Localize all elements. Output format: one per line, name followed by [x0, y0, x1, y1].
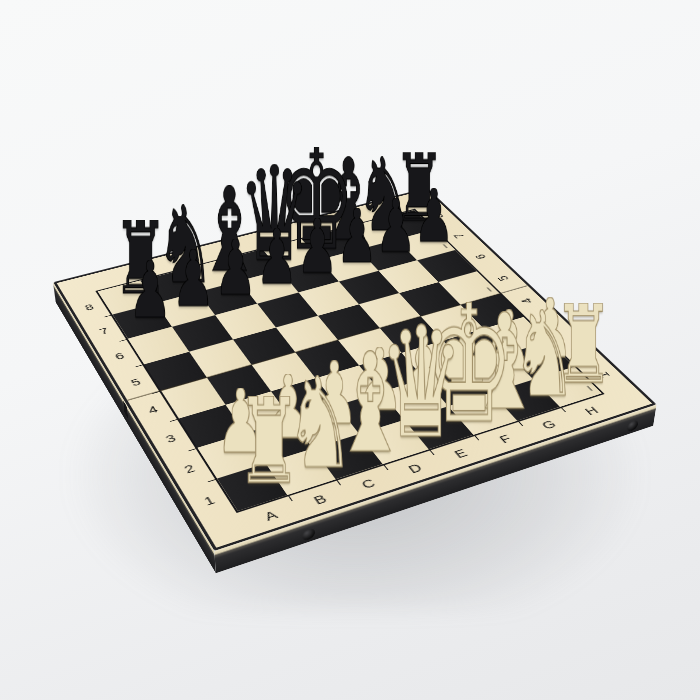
frame-knob-left	[302, 527, 315, 541]
black-bishop-f8: ♝	[317, 156, 344, 244]
black-rook-a8: ♜	[113, 220, 141, 298]
frame-knob-right	[626, 419, 638, 432]
square-f5	[359, 293, 421, 328]
square-f4	[380, 316, 443, 353]
black-knight-g8: ♞	[356, 156, 382, 235]
black-bishop-c8: ♝	[197, 185, 224, 276]
black-queen-d8: ♛	[238, 163, 265, 265]
square-d4	[295, 340, 359, 378]
black-knight-b8: ♞	[155, 204, 183, 287]
square-d3	[316, 365, 382, 405]
chess-set-photo: ♜♞♝♛♚♝♞♜♟♟♟♟♟♟♟♟♟♟♟♟♟♟♟♟♜♞♝♛♚♝♞♜ ABCDEFG…	[0, 0, 700, 700]
